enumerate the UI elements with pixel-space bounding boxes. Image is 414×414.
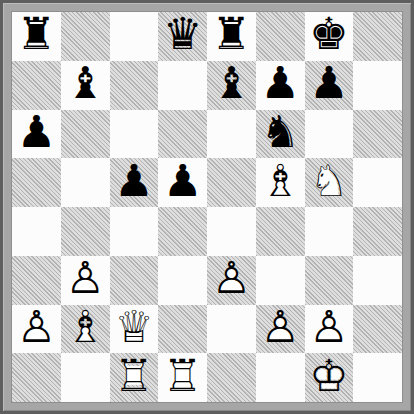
piece-black-bishop: ♝: [61, 61, 110, 110]
square-h2[interactable]: [353, 305, 402, 354]
square-a4[interactable]: [12, 207, 61, 256]
square-c1[interactable]: ♜♖: [110, 353, 159, 402]
square-h8[interactable]: [353, 12, 402, 61]
square-a5[interactable]: [12, 158, 61, 207]
piece-black-pawn: ♟: [158, 158, 207, 207]
piece-black-king: ♚: [305, 12, 354, 61]
square-g3[interactable]: [305, 256, 354, 305]
square-d6[interactable]: [158, 110, 207, 159]
piece-white-bishop: ♝♗: [61, 305, 110, 354]
square-f7[interactable]: ♟: [256, 61, 305, 110]
square-d8[interactable]: ♛: [158, 12, 207, 61]
square-e7[interactable]: ♝: [207, 61, 256, 110]
piece-black-pawn: ♟: [256, 61, 305, 110]
square-h4[interactable]: [353, 207, 402, 256]
square-c6[interactable]: [110, 110, 159, 159]
square-d5[interactable]: ♟: [158, 158, 207, 207]
square-a3[interactable]: [12, 256, 61, 305]
square-a2[interactable]: ♟♙: [12, 305, 61, 354]
square-g5[interactable]: ♞♘: [305, 158, 354, 207]
square-c4[interactable]: [110, 207, 159, 256]
square-h7[interactable]: [353, 61, 402, 110]
piece-white-pawn: ♟♙: [12, 305, 61, 354]
square-e5[interactable]: [207, 158, 256, 207]
square-c3[interactable]: [110, 256, 159, 305]
piece-black-queen: ♛: [158, 12, 207, 61]
square-d7[interactable]: [158, 61, 207, 110]
square-b8[interactable]: [61, 12, 110, 61]
piece-white-pawn: ♟♙: [256, 305, 305, 354]
square-f5[interactable]: ♝♗: [256, 158, 305, 207]
piece-black-bishop: ♝: [207, 61, 256, 110]
square-h3[interactable]: [353, 256, 402, 305]
piece-black-pawn: ♟: [110, 158, 159, 207]
square-g2[interactable]: ♟♙: [305, 305, 354, 354]
piece-white-rook: ♜♖: [158, 353, 207, 402]
piece-white-bishop: ♝♗: [256, 158, 305, 207]
piece-white-queen: ♛♕: [110, 305, 159, 354]
piece-black-pawn: ♟: [12, 110, 61, 159]
piece-black-pawn: ♟: [305, 61, 354, 110]
square-b4[interactable]: [61, 207, 110, 256]
square-g7[interactable]: ♟: [305, 61, 354, 110]
square-a7[interactable]: [12, 61, 61, 110]
square-b5[interactable]: [61, 158, 110, 207]
square-d3[interactable]: [158, 256, 207, 305]
piece-black-rook: ♜: [207, 12, 256, 61]
square-g6[interactable]: [305, 110, 354, 159]
square-e4[interactable]: [207, 207, 256, 256]
square-b2[interactable]: ♝♗: [61, 305, 110, 354]
square-f8[interactable]: [256, 12, 305, 61]
square-b3[interactable]: ♟♙: [61, 256, 110, 305]
piece-black-rook: ♜: [12, 12, 61, 61]
square-c8[interactable]: [110, 12, 159, 61]
board-frame: ♜♛♜♚♝♝♟♟♟♞♟♟♝♗♞♘♟♙♟♙♟♙♝♗♛♕♟♙♟♙♜♖♜♖♚♔: [0, 0, 414, 414]
square-f4[interactable]: [256, 207, 305, 256]
square-a1[interactable]: [12, 353, 61, 402]
square-b6[interactable]: [61, 110, 110, 159]
square-f1[interactable]: [256, 353, 305, 402]
square-d1[interactable]: ♜♖: [158, 353, 207, 402]
square-f6[interactable]: ♞: [256, 110, 305, 159]
square-f2[interactable]: ♟♙: [256, 305, 305, 354]
square-e3[interactable]: ♟♙: [207, 256, 256, 305]
square-c2[interactable]: ♛♕: [110, 305, 159, 354]
square-e1[interactable]: [207, 353, 256, 402]
piece-white-pawn: ♟♙: [61, 256, 110, 305]
square-e8[interactable]: ♜: [207, 12, 256, 61]
square-a8[interactable]: ♜: [12, 12, 61, 61]
piece-white-pawn: ♟♙: [207, 256, 256, 305]
square-b1[interactable]: [61, 353, 110, 402]
square-c5[interactable]: ♟: [110, 158, 159, 207]
piece-black-knight: ♞: [256, 110, 305, 159]
square-a6[interactable]: ♟: [12, 110, 61, 159]
square-g8[interactable]: ♚: [305, 12, 354, 61]
piece-white-pawn: ♟♙: [305, 305, 354, 354]
square-c7[interactable]: [110, 61, 159, 110]
square-e6[interactable]: [207, 110, 256, 159]
square-g4[interactable]: [305, 207, 354, 256]
chess-board: ♜♛♜♚♝♝♟♟♟♞♟♟♝♗♞♘♟♙♟♙♟♙♝♗♛♕♟♙♟♙♜♖♜♖♚♔: [12, 12, 402, 402]
piece-white-knight: ♞♘: [305, 158, 354, 207]
piece-white-rook: ♜♖: [110, 353, 159, 402]
square-b7[interactable]: ♝: [61, 61, 110, 110]
square-h6[interactable]: [353, 110, 402, 159]
square-h1[interactable]: [353, 353, 402, 402]
square-d4[interactable]: [158, 207, 207, 256]
square-e2[interactable]: [207, 305, 256, 354]
piece-white-king: ♚♔: [305, 353, 354, 402]
square-h5[interactable]: [353, 158, 402, 207]
square-g1[interactable]: ♚♔: [305, 353, 354, 402]
square-d2[interactable]: [158, 305, 207, 354]
square-f3[interactable]: [256, 256, 305, 305]
